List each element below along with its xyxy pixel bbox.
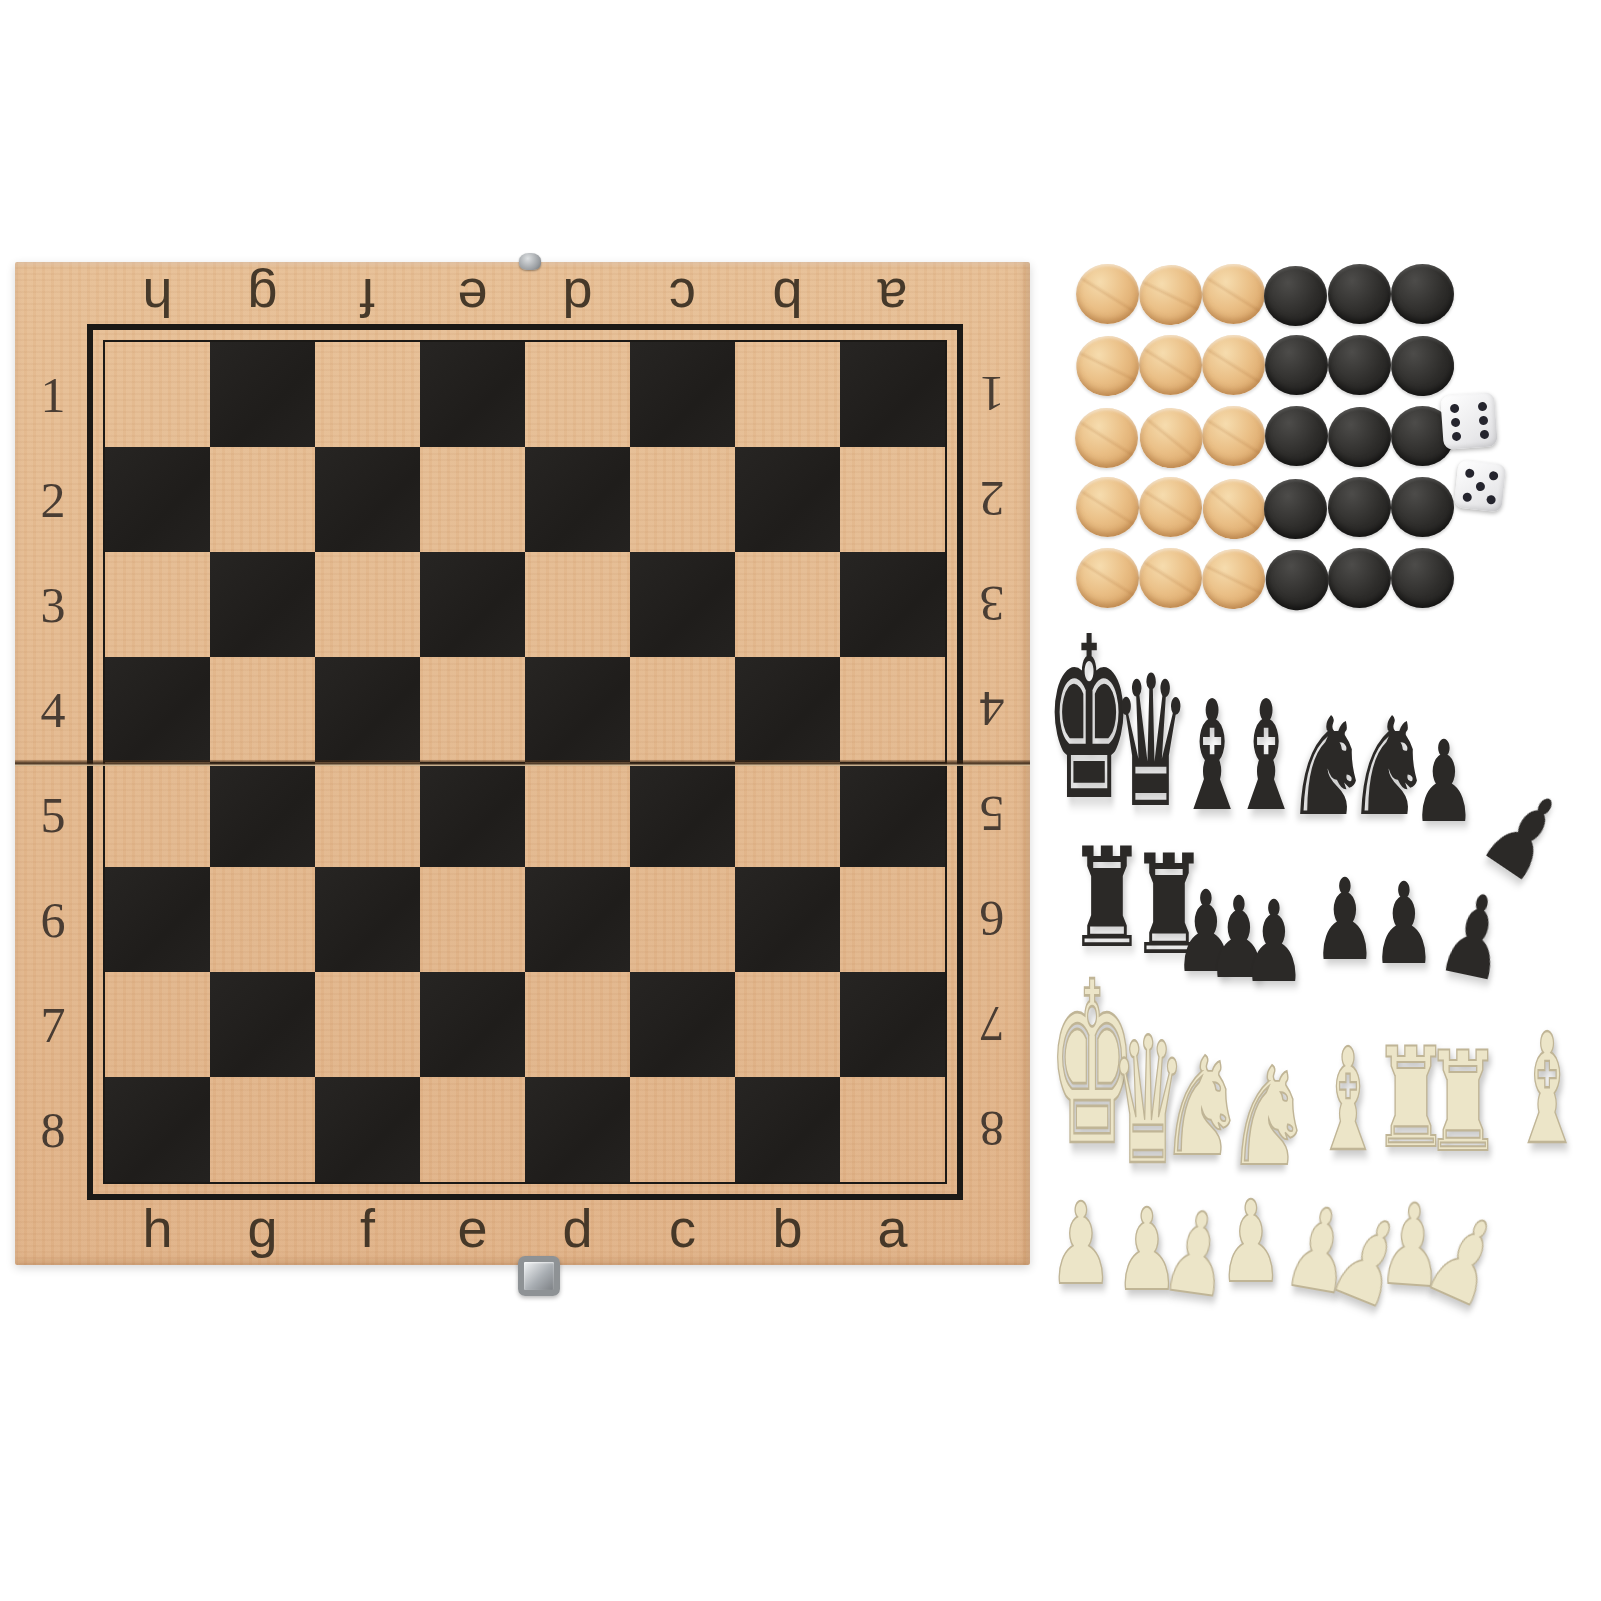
square-d4 (525, 657, 630, 762)
square-c7 (630, 972, 735, 1077)
die-pip (1462, 492, 1472, 502)
rank-label: 6 (960, 867, 1024, 972)
rank-label: 5 (21, 762, 85, 867)
checker-dark (1265, 335, 1328, 395)
checker-light (1202, 264, 1265, 324)
square-c1 (630, 342, 735, 447)
square-c4 (630, 657, 735, 762)
square-d8 (525, 1077, 630, 1182)
die-showing-5 (1454, 460, 1507, 513)
square-d5 (525, 762, 630, 867)
die-pip (1486, 494, 1496, 504)
square-a3 (840, 552, 945, 657)
square-e7 (420, 972, 525, 1077)
square-a4 (840, 657, 945, 762)
square-e5 (420, 762, 525, 867)
hinge-pin (519, 253, 541, 270)
checker-dark (1328, 335, 1391, 395)
square-c2 (630, 447, 735, 552)
rank-label: 8 (21, 1077, 85, 1182)
die-pip (1477, 401, 1487, 411)
checker-dark (1391, 264, 1454, 324)
file-label: c (630, 270, 735, 326)
checker-light (1202, 406, 1265, 466)
checker-light (1136, 262, 1205, 328)
square-b2 (735, 447, 840, 552)
square-a7 (840, 972, 945, 1077)
die-pip (1450, 417, 1460, 427)
checker-light (1202, 335, 1265, 395)
checker-dark (1262, 546, 1332, 613)
white-pawn: ♟ (1049, 1187, 1114, 1300)
file-label: d (525, 1200, 630, 1256)
checker-light (1199, 546, 1268, 612)
rank-label: 8 (960, 1077, 1024, 1182)
file-label: g (210, 270, 315, 326)
square-b7 (735, 972, 840, 1077)
square-f2 (315, 447, 420, 552)
square-e8 (420, 1077, 525, 1182)
square-a1 (840, 342, 945, 447)
white-knight: ♞ (1225, 1050, 1312, 1186)
rank-label: 2 (960, 447, 1024, 552)
rank-label: 7 (21, 972, 85, 1077)
black-pawn: ♟ (1242, 885, 1307, 998)
file-label: a (840, 1200, 945, 1256)
file-label: e (420, 270, 525, 326)
checker-dark (1388, 333, 1457, 399)
checker-light (1073, 333, 1142, 399)
square-h5 (105, 762, 210, 867)
checker-dark (1328, 264, 1391, 324)
rank-label: 3 (960, 552, 1024, 657)
checker-dark (1328, 548, 1391, 608)
fold-seam (15, 760, 1030, 766)
square-d7 (525, 972, 630, 1077)
square-g2 (210, 447, 315, 552)
file-label: f (315, 270, 420, 326)
checker-light (1075, 408, 1138, 468)
die-pip (1475, 481, 1485, 491)
square-b6 (735, 867, 840, 972)
square-c8 (630, 1077, 735, 1182)
white-rook: ♜ (1424, 1034, 1503, 1172)
square-e4 (420, 657, 525, 762)
square-e6 (420, 867, 525, 972)
checker-dark (1264, 479, 1327, 539)
file-label: f (315, 1200, 420, 1256)
square-d1 (525, 342, 630, 447)
checkers-tray (1076, 264, 1454, 619)
metal-clasp (518, 1256, 560, 1296)
checker-light (1139, 335, 1202, 395)
square-a5 (840, 762, 945, 867)
square-f8 (315, 1077, 420, 1182)
square-b1 (735, 342, 840, 447)
black-pawn: ♟ (1313, 863, 1378, 976)
square-g1 (210, 342, 315, 447)
square-e1 (420, 342, 525, 447)
file-labels-top: hgfedcba (105, 270, 945, 326)
rank-label: 1 (960, 342, 1024, 447)
square-h4 (105, 657, 210, 762)
file-label: b (735, 1200, 840, 1256)
die-pip (1464, 468, 1474, 478)
square-f5 (315, 762, 420, 867)
checker-light (1199, 475, 1269, 542)
die-pip (1479, 429, 1489, 439)
file-label: a (840, 270, 945, 326)
square-h2 (105, 447, 210, 552)
square-f4 (315, 657, 420, 762)
chess-board: hgfedcba hgfedcba 12345678 12345678 (15, 262, 1030, 1265)
square-e2 (420, 447, 525, 552)
file-label: g (210, 1200, 315, 1256)
checker-dark (1328, 477, 1391, 537)
die-pip (1451, 431, 1461, 441)
checker-dark (1264, 266, 1327, 326)
square-f6 (315, 867, 420, 972)
square-c3 (630, 552, 735, 657)
rank-label: 1 (21, 342, 85, 447)
checker-light (1076, 264, 1139, 324)
square-d2 (525, 447, 630, 552)
square-g3 (210, 552, 315, 657)
file-label: e (420, 1200, 525, 1256)
square-a6 (840, 867, 945, 972)
square-g6 (210, 867, 315, 972)
file-label: h (105, 1200, 210, 1256)
rank-label: 2 (21, 447, 85, 552)
square-g5 (210, 762, 315, 867)
square-g7 (210, 972, 315, 1077)
rank-label: 4 (21, 657, 85, 762)
square-b5 (735, 762, 840, 867)
white-pawn: ♟ (1219, 1185, 1284, 1298)
file-label: h (105, 270, 210, 326)
die-pip (1478, 415, 1488, 425)
square-b8 (735, 1077, 840, 1182)
checker-light (1136, 404, 1206, 471)
black-pawn: ♟ (1431, 875, 1518, 999)
square-g8 (210, 1077, 315, 1182)
square-f7 (315, 972, 420, 1077)
file-label: c (630, 1200, 735, 1256)
square-c5 (630, 762, 735, 867)
square-a2 (840, 447, 945, 552)
rank-label: 5 (960, 762, 1024, 867)
product-photo-stage: hgfedcba hgfedcba 12345678 12345678 ♚♛♝♝… (0, 0, 1601, 1601)
checker-dark (1391, 477, 1454, 537)
square-c6 (630, 867, 735, 972)
square-h6 (105, 867, 210, 972)
white-bishop: ♝ (1511, 1014, 1583, 1166)
checker-light (1139, 477, 1202, 537)
rank-label: 7 (960, 972, 1024, 1077)
square-h7 (105, 972, 210, 1077)
square-a8 (840, 1077, 945, 1182)
square-g4 (210, 657, 315, 762)
square-d6 (525, 867, 630, 972)
checker-dark (1265, 406, 1328, 466)
die-showing-6 (1440, 392, 1498, 450)
rank-label: 4 (960, 657, 1024, 762)
rank-label: 3 (21, 552, 85, 657)
file-label: d (525, 270, 630, 326)
square-f3 (315, 552, 420, 657)
checker-light (1139, 548, 1202, 608)
rank-label: 6 (21, 867, 85, 972)
square-h8 (105, 1077, 210, 1182)
checker-light (1076, 477, 1139, 537)
square-h1 (105, 342, 210, 447)
square-h3 (105, 552, 210, 657)
checker-dark (1325, 404, 1394, 470)
file-labels-bottom: hgfedcba (105, 1200, 945, 1256)
file-label: b (735, 270, 840, 326)
checker-dark (1391, 548, 1454, 608)
die-pip (1449, 403, 1459, 413)
black-pawn: ♟ (1412, 725, 1477, 838)
die-pip (1488, 470, 1498, 480)
square-e3 (420, 552, 525, 657)
black-pawn: ♟ (1372, 867, 1437, 980)
square-b3 (735, 552, 840, 657)
square-d3 (525, 552, 630, 657)
square-b4 (735, 657, 840, 762)
square-f1 (315, 342, 420, 447)
